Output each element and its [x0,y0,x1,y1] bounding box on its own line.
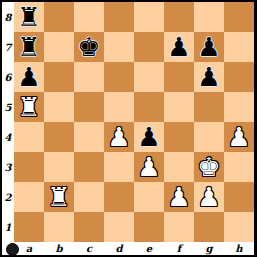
square-f1[interactable] [164,212,194,242]
square-e8[interactable] [134,2,164,32]
square-c5[interactable] [74,92,104,122]
square-c4[interactable] [74,122,104,152]
rank-label-7: 7 [2,32,14,62]
white-rook-b2[interactable]: ♜ [47,182,70,212]
white-pawn-g2[interactable]: ♟ [197,182,220,212]
square-a6[interactable]: ♟ [14,62,44,92]
rank-labels: 87654321 [2,2,14,242]
square-a3[interactable] [14,152,44,182]
square-e7[interactable] [134,32,164,62]
square-g8[interactable] [194,2,224,32]
black-pawn-f7[interactable]: ♟ [167,32,190,62]
file-labels: abcdefgh [2,242,254,255]
square-d3[interactable] [104,152,134,182]
square-c2[interactable] [74,182,104,212]
square-g7[interactable]: ♟ [194,32,224,62]
square-h5[interactable] [224,92,254,122]
square-c8[interactable] [74,2,104,32]
square-b7[interactable] [44,32,74,62]
square-a5[interactable]: ♜ [14,92,44,122]
square-e4[interactable]: ♟ [134,122,164,152]
square-b2[interactable]: ♜ [44,182,74,212]
square-c7[interactable]: ♚ [74,32,104,62]
square-f2[interactable]: ♟ [164,182,194,212]
file-label-b: b [44,242,74,255]
square-e5[interactable] [134,92,164,122]
square-f3[interactable] [164,152,194,182]
square-g3[interactable]: ♚ [194,152,224,182]
black-pawn-a6[interactable]: ♟ [17,62,40,92]
square-g1[interactable] [194,212,224,242]
square-f8[interactable] [164,2,194,32]
rank-label-4: 4 [2,122,14,152]
rank-label-1: 1 [2,212,14,242]
square-h2[interactable] [224,182,254,212]
white-pawn-e3[interactable]: ♟ [137,152,160,182]
square-e3[interactable]: ♟ [134,152,164,182]
square-e6[interactable] [134,62,164,92]
square-g2[interactable]: ♟ [194,182,224,212]
square-d4[interactable]: ♟ [104,122,134,152]
square-b1[interactable] [44,212,74,242]
square-f6[interactable] [164,62,194,92]
file-label-c: c [74,242,104,255]
square-h1[interactable] [224,212,254,242]
square-a1[interactable] [14,212,44,242]
file-label-f: f [164,242,194,255]
square-g6[interactable]: ♟ [194,62,224,92]
square-b5[interactable] [44,92,74,122]
square-f5[interactable] [164,92,194,122]
square-d6[interactable] [104,62,134,92]
rank-label-5: 5 [2,92,14,122]
square-c1[interactable] [74,212,104,242]
rank-label-8: 8 [2,2,14,32]
rank-label-3: 3 [2,152,14,182]
square-d8[interactable] [104,2,134,32]
square-d5[interactable] [104,92,134,122]
square-h6[interactable] [224,62,254,92]
white-pawn-h4[interactable]: ♟ [227,122,250,152]
square-a4[interactable] [14,122,44,152]
chess-diagram: 87654321 ♜♜♚♟♟♟♟♜♟♟♟♟♚♜♟♟ abcdefgh [0,0,257,257]
square-b6[interactable] [44,62,74,92]
file-label-a: a [14,242,44,255]
black-pawn-g7[interactable]: ♟ [197,32,220,62]
chess-board[interactable]: ♜♜♚♟♟♟♟♜♟♟♟♟♚♜♟♟ [14,2,254,242]
square-g4[interactable] [194,122,224,152]
square-a8[interactable]: ♜ [14,2,44,32]
square-d1[interactable] [104,212,134,242]
square-h3[interactable] [224,152,254,182]
black-rook-a8[interactable]: ♜ [17,2,40,32]
file-label-d: d [104,242,134,255]
square-e1[interactable] [134,212,164,242]
file-label-h: h [224,242,254,255]
white-pawn-d4[interactable]: ♟ [107,122,130,152]
square-h8[interactable] [224,2,254,32]
square-a2[interactable] [14,182,44,212]
square-f4[interactable] [164,122,194,152]
rank-label-2: 2 [2,182,14,212]
white-king-g3[interactable]: ♚ [197,152,220,182]
rank-label-6: 6 [2,62,14,92]
square-b4[interactable] [44,122,74,152]
square-h7[interactable] [224,32,254,62]
square-b3[interactable] [44,152,74,182]
file-label-g: g [194,242,224,255]
square-a7[interactable]: ♜ [14,32,44,62]
black-pawn-g6[interactable]: ♟ [197,62,220,92]
black-king-c7[interactable]: ♚ [77,32,100,62]
square-d2[interactable] [104,182,134,212]
square-b8[interactable] [44,2,74,32]
square-d7[interactable] [104,32,134,62]
square-c6[interactable] [74,62,104,92]
square-e2[interactable] [134,182,164,212]
black-rook-a7[interactable]: ♜ [17,32,40,62]
white-rook-a5[interactable]: ♜ [17,92,40,122]
square-f7[interactable]: ♟ [164,32,194,62]
file-label-e: e [134,242,164,255]
square-g5[interactable] [194,92,224,122]
square-h4[interactable]: ♟ [224,122,254,152]
square-c3[interactable] [74,152,104,182]
white-pawn-f2[interactable]: ♟ [167,182,190,212]
black-pawn-e4[interactable]: ♟ [137,122,160,152]
